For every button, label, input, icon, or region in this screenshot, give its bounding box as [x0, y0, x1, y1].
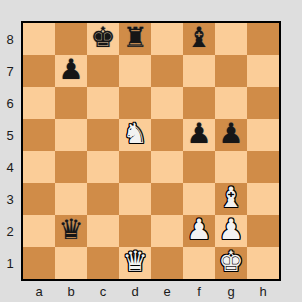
square-c5[interactable] [87, 119, 119, 151]
square-d2[interactable] [119, 215, 151, 247]
black-bishop[interactable]: ♝ [186, 22, 211, 54]
square-h3[interactable] [247, 183, 279, 215]
rank-label-2: 2 [0, 215, 20, 247]
square-c8[interactable]: ♚ [87, 23, 119, 55]
file-label-g: g [215, 281, 247, 301]
rank-label-7: 7 [0, 55, 20, 87]
square-g6[interactable] [215, 87, 247, 119]
file-label-b: b [55, 281, 87, 301]
square-a7[interactable] [23, 55, 55, 87]
white-pawn[interactable]: ♟ [218, 214, 243, 246]
chess-diagram: 87654321 abcdefgh ♚♜♝♟♞♟♟♝♛♟♟♛♚ [0, 0, 302, 302]
square-e7[interactable] [151, 55, 183, 87]
square-d5[interactable]: ♞ [119, 119, 151, 151]
file-label-a: a [23, 281, 55, 301]
rank-label-6: 6 [0, 87, 20, 119]
square-a4[interactable] [23, 151, 55, 183]
square-e2[interactable] [151, 215, 183, 247]
black-king[interactable]: ♚ [90, 22, 115, 54]
square-a5[interactable] [23, 119, 55, 151]
file-label-d: d [119, 281, 151, 301]
square-a1[interactable] [23, 247, 55, 279]
square-f5[interactable]: ♟ [183, 119, 215, 151]
square-g2[interactable]: ♟ [215, 215, 247, 247]
square-b7[interactable]: ♟ [55, 55, 87, 87]
white-queen[interactable]: ♛ [122, 246, 147, 278]
square-g5[interactable]: ♟ [215, 119, 247, 151]
square-a6[interactable] [23, 87, 55, 119]
square-b5[interactable] [55, 119, 87, 151]
square-g4[interactable] [215, 151, 247, 183]
file-label-c: c [87, 281, 119, 301]
square-e1[interactable] [151, 247, 183, 279]
square-e4[interactable] [151, 151, 183, 183]
square-b2[interactable]: ♛ [55, 215, 87, 247]
square-b8[interactable] [55, 23, 87, 55]
square-f2[interactable]: ♟ [183, 215, 215, 247]
square-h6[interactable] [247, 87, 279, 119]
square-a8[interactable] [23, 23, 55, 55]
file-label-e: e [151, 281, 183, 301]
rank-label-1: 1 [0, 247, 20, 279]
black-queen[interactable]: ♛ [58, 214, 83, 246]
square-h4[interactable] [247, 151, 279, 183]
square-e8[interactable] [151, 23, 183, 55]
square-d4[interactable] [119, 151, 151, 183]
square-h7[interactable] [247, 55, 279, 87]
white-bishop[interactable]: ♝ [218, 182, 243, 214]
square-f8[interactable]: ♝ [183, 23, 215, 55]
square-h8[interactable] [247, 23, 279, 55]
rank-label-3: 3 [0, 183, 20, 215]
square-c4[interactable] [87, 151, 119, 183]
square-f6[interactable] [183, 87, 215, 119]
square-b3[interactable] [55, 183, 87, 215]
square-e3[interactable] [151, 183, 183, 215]
file-label-h: h [247, 281, 279, 301]
square-f3[interactable] [183, 183, 215, 215]
rank-label-8: 8 [0, 23, 20, 55]
rank-label-4: 4 [0, 151, 20, 183]
square-d6[interactable] [119, 87, 151, 119]
chess-board: ♚♜♝♟♞♟♟♝♛♟♟♛♚ [21, 21, 281, 281]
black-rook[interactable]: ♜ [122, 22, 147, 54]
square-b6[interactable] [55, 87, 87, 119]
square-d1[interactable]: ♛ [119, 247, 151, 279]
square-b1[interactable] [55, 247, 87, 279]
square-g3[interactable]: ♝ [215, 183, 247, 215]
square-d3[interactable] [119, 183, 151, 215]
file-labels: abcdefgh [23, 281, 279, 301]
white-king[interactable]: ♚ [218, 246, 243, 278]
square-c1[interactable] [87, 247, 119, 279]
square-d8[interactable]: ♜ [119, 23, 151, 55]
square-e5[interactable] [151, 119, 183, 151]
square-c6[interactable] [87, 87, 119, 119]
rank-labels: 87654321 [0, 23, 20, 279]
square-h1[interactable] [247, 247, 279, 279]
square-b4[interactable] [55, 151, 87, 183]
square-h5[interactable] [247, 119, 279, 151]
square-a3[interactable] [23, 183, 55, 215]
black-pawn[interactable]: ♟ [218, 118, 243, 150]
square-g8[interactable] [215, 23, 247, 55]
square-c7[interactable] [87, 55, 119, 87]
square-d7[interactable] [119, 55, 151, 87]
square-f4[interactable] [183, 151, 215, 183]
square-g7[interactable] [215, 55, 247, 87]
rank-label-5: 5 [0, 119, 20, 151]
black-pawn[interactable]: ♟ [58, 54, 83, 86]
square-e6[interactable] [151, 87, 183, 119]
square-f7[interactable] [183, 55, 215, 87]
file-label-f: f [183, 281, 215, 301]
white-knight[interactable]: ♞ [122, 118, 147, 150]
square-h2[interactable] [247, 215, 279, 247]
square-g1[interactable]: ♚ [215, 247, 247, 279]
black-pawn[interactable]: ♟ [186, 118, 211, 150]
square-c3[interactable] [87, 183, 119, 215]
square-c2[interactable] [87, 215, 119, 247]
white-pawn[interactable]: ♟ [186, 214, 211, 246]
square-f1[interactable] [183, 247, 215, 279]
square-a2[interactable] [23, 215, 55, 247]
